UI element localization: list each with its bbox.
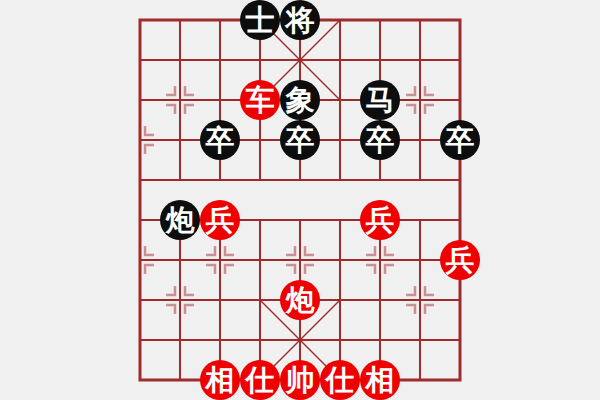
piece-glyph: 炮 xyxy=(280,280,320,320)
piece-black-soldier-1[interactable]: 卒 xyxy=(200,120,240,160)
piece-glyph: 卒 xyxy=(360,120,400,160)
piece-black-soldier-3[interactable]: 卒 xyxy=(360,120,400,160)
piece-black-elephant[interactable]: 象 xyxy=(280,80,320,120)
piece-black-advisor[interactable]: 士 xyxy=(240,0,280,40)
piece-glyph: 兵 xyxy=(360,200,400,240)
piece-glyph: 将 xyxy=(280,0,320,40)
piece-glyph: 卒 xyxy=(200,120,240,160)
piece-glyph: 帅 xyxy=(280,360,320,400)
piece-black-general[interactable]: 将 xyxy=(280,0,320,40)
piece-glyph: 相 xyxy=(360,360,400,400)
xiangqi-board: 士将车象马卒卒卒卒炮兵兵兵炮相仕帅仕相 xyxy=(0,0,600,400)
piece-glyph: 车 xyxy=(240,80,280,120)
piece-red-elephant-1[interactable]: 相 xyxy=(200,360,240,400)
piece-black-soldier-2[interactable]: 卒 xyxy=(280,120,320,160)
piece-black-cannon[interactable]: 炮 xyxy=(160,200,200,240)
piece-red-pawn-3[interactable]: 兵 xyxy=(440,240,480,280)
piece-red-cannon[interactable]: 炮 xyxy=(280,280,320,320)
piece-glyph: 马 xyxy=(360,80,400,120)
piece-glyph: 兵 xyxy=(200,200,240,240)
piece-black-soldier-4[interactable]: 卒 xyxy=(440,120,480,160)
piece-glyph: 兵 xyxy=(440,240,480,280)
piece-red-pawn-2[interactable]: 兵 xyxy=(360,200,400,240)
piece-glyph: 卒 xyxy=(280,120,320,160)
piece-black-horse[interactable]: 马 xyxy=(360,80,400,120)
piece-glyph: 仕 xyxy=(240,360,280,400)
piece-red-advisor-2[interactable]: 仕 xyxy=(320,360,360,400)
piece-glyph: 卒 xyxy=(440,120,480,160)
piece-red-chariot[interactable]: 车 xyxy=(240,80,280,120)
piece-glyph: 士 xyxy=(240,0,280,40)
piece-glyph: 相 xyxy=(200,360,240,400)
piece-red-general[interactable]: 帅 xyxy=(280,360,320,400)
piece-red-advisor-1[interactable]: 仕 xyxy=(240,360,280,400)
piece-glyph: 炮 xyxy=(160,200,200,240)
piece-red-elephant-2[interactable]: 相 xyxy=(360,360,400,400)
piece-glyph: 象 xyxy=(280,80,320,120)
piece-red-pawn-1[interactable]: 兵 xyxy=(200,200,240,240)
piece-glyph: 仕 xyxy=(320,360,360,400)
board-intersections[interactable]: 士将车象马卒卒卒卒炮兵兵兵炮相仕帅仕相 xyxy=(120,0,480,400)
